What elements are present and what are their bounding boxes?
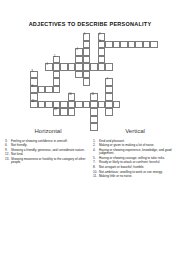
grid-cell-r10c5[interactable]	[68, 108, 76, 116]
grid-cell-r3c9[interactable]	[98, 56, 106, 64]
grid-cell-r2c9[interactable]	[98, 48, 106, 56]
grid-cell-r1c16[interactable]	[150, 41, 158, 49]
cell-number-7: 7	[106, 79, 107, 82]
grid-cell-r1c14[interactable]	[135, 41, 143, 49]
grid-cell-r11c8[interactable]	[90, 116, 98, 124]
cell-number-9: 9	[31, 86, 32, 89]
grid-cell-r9c2[interactable]	[45, 101, 53, 109]
grid-cell-r8c10[interactable]	[105, 93, 113, 101]
clue-text: Showing meanness or hostility to the cat…	[11, 158, 91, 165]
down-heading: Vertical	[93, 128, 177, 135]
grid-cell-r9c9[interactable]	[98, 101, 106, 109]
cell-number-2: 2	[99, 34, 100, 37]
grid-cell-r3c6[interactable]	[75, 56, 83, 64]
cell-number-12: 12	[31, 101, 34, 104]
grid-cell-r4c8[interactable]	[90, 63, 98, 71]
grid-cell-r7c10[interactable]	[105, 86, 113, 94]
grid-cell-r9c8[interactable]	[90, 101, 98, 109]
worksheet-page: ADJECTIVES TO DESCRIBE PERSONALITY 12345…	[0, 0, 180, 255]
grid-cell-r3c3[interactable]: 5	[53, 56, 61, 64]
grid-cell-r9c4[interactable]	[60, 101, 68, 109]
grid-cell-r4c10[interactable]	[105, 63, 113, 71]
grid-cell-r4c5[interactable]	[68, 63, 76, 71]
grid-cell-r10c3[interactable]: 13	[53, 108, 61, 116]
clue-down-8: 8.Not arrogant or boastful; humble.	[93, 166, 177, 170]
grid-cell-r9c3[interactable]	[53, 101, 61, 109]
across-clue-list: 3.Feeling or showing confidence in onese…	[5, 140, 91, 165]
grid-cell-r6c7[interactable]	[83, 78, 91, 86]
grid-cell-r6c10[interactable]: 7	[105, 78, 113, 86]
grid-cell-r9c7[interactable]	[83, 101, 91, 109]
grid-cell-r8c5[interactable]: 10	[68, 93, 76, 101]
clue-text: Not arrogant or boastful; humble.	[99, 166, 177, 170]
grid-cell-r2c7[interactable]	[83, 48, 91, 56]
grid-cell-r4c4[interactable]	[60, 63, 68, 71]
grid-cell-r1c13[interactable]	[128, 41, 136, 49]
grid-cell-r1c7[interactable]	[83, 41, 91, 49]
clue-text: Making little or no noise.	[99, 175, 177, 179]
grid-cell-r7c1[interactable]	[38, 86, 46, 94]
grid-cell-r1c15[interactable]	[143, 41, 151, 49]
page-title: ADJECTIVES TO DESCRIBE PERSONALITY	[0, 21, 180, 27]
cell-number-4: 4	[76, 49, 77, 52]
across-section: Horizontal 3.Feeling or showing confiden…	[5, 128, 91, 166]
grid-cell-r1c11[interactable]	[113, 41, 121, 49]
grid-cell-r5c6[interactable]	[75, 71, 83, 79]
grid-cell-r1c12[interactable]	[120, 41, 128, 49]
grid-cell-r9c1[interactable]	[38, 101, 46, 109]
down-clue-list: 1.Kind and pleasant.2.Making or given to…	[93, 140, 177, 179]
cell-number-6: 6	[46, 64, 47, 67]
grid-cell-r10c8[interactable]	[90, 108, 98, 116]
clue-text: Having or showing experience, knowledge,…	[99, 149, 177, 156]
grid-cell-r7c2[interactable]	[45, 86, 53, 94]
crossword-grid: 12345687910111213	[30, 33, 158, 131]
grid-cell-r10c10[interactable]	[105, 108, 113, 116]
grid-cell-r4c6[interactable]	[75, 63, 83, 71]
cell-number-11: 11	[91, 94, 94, 97]
cell-number-1: 1	[84, 34, 85, 37]
grid-cell-r9c10[interactable]	[105, 101, 113, 109]
grid-cell-r6c3[interactable]	[53, 78, 61, 86]
grid-cell-r9c0[interactable]: 12	[30, 101, 38, 109]
grid-cell-r5c3[interactable]	[53, 71, 61, 79]
grid-cell-r9c11[interactable]	[113, 101, 121, 109]
grid-cell-r0c7[interactable]: 1	[83, 33, 91, 41]
grid-cell-r8c8[interactable]: 11	[90, 93, 98, 101]
grid-cell-r1c9[interactable]: 3	[98, 41, 106, 49]
clue-down-4: 4.Having or showing experience, knowledg…	[93, 149, 177, 156]
grid-cell-r9c5[interactable]	[68, 101, 76, 109]
grid-cell-r10c4[interactable]	[60, 108, 68, 116]
cell-number-13: 13	[54, 109, 57, 112]
grid-cell-r7c0[interactable]: 9	[30, 86, 38, 94]
grid-cell-r7c3[interactable]	[53, 86, 61, 94]
grid-cell-r4c3[interactable]	[53, 63, 61, 71]
grid-cell-r4c7[interactable]	[83, 63, 91, 71]
grid-cell-r4c2[interactable]: 6	[45, 63, 53, 71]
grid-cell-r4c9[interactable]	[98, 63, 106, 71]
grid-cell-r9c6[interactable]	[75, 101, 83, 109]
grid-cell-r3c7[interactable]	[83, 56, 91, 64]
cell-number-5: 5	[54, 56, 55, 59]
grid-cell-r2c6[interactable]: 4	[75, 48, 83, 56]
down-section: Vertical 1.Kind and pleasant.2.Making or…	[93, 128, 177, 180]
clue-text: Showing a friendly, generous, and consid…	[11, 149, 91, 153]
clue-across-13: 13.Showing meanness or hostility to the …	[5, 158, 91, 165]
grid-cell-r1c10[interactable]	[105, 41, 113, 49]
cell-number-8: 8	[31, 71, 32, 74]
grid-cell-r5c0[interactable]: 8	[30, 71, 38, 79]
cell-number-3: 3	[99, 41, 100, 44]
cell-number-10: 10	[69, 94, 72, 97]
across-heading: Horizontal	[5, 128, 91, 135]
grid-cell-r5c7[interactable]	[83, 71, 91, 79]
clue-down-11: 11.Making little or no noise.	[93, 175, 177, 179]
